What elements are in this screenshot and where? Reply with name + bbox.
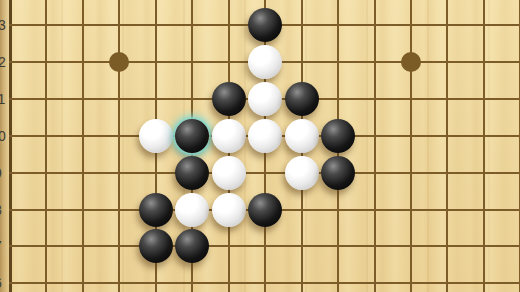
white-stone: ○ — [285, 119, 319, 153]
row-label: 13 — [0, 17, 6, 33]
grid-line-vertical — [483, 0, 485, 292]
black-stone-glyph: ● — [248, 193, 282, 227]
black-stone-glyph: ● — [248, 8, 282, 42]
grid-line-vertical — [374, 0, 376, 292]
white-stone-glyph: ○ — [175, 193, 209, 227]
grid-line-horizontal — [9, 282, 520, 284]
black-stone: ● — [175, 229, 209, 263]
white-stone: ○ — [175, 193, 209, 227]
black-stone-glyph: ● — [139, 229, 173, 263]
row-label: 8 — [0, 202, 6, 218]
black-stone-glyph: ● — [321, 156, 355, 190]
white-stone: ○ — [285, 156, 319, 190]
grid-line-vertical — [45, 0, 47, 292]
white-stone: ○ — [212, 193, 246, 227]
white-stone-glyph: ○ — [248, 82, 282, 116]
white-stone: ○ — [212, 119, 246, 153]
black-stone: ● — [248, 8, 282, 42]
white-stone-glyph: ○ — [248, 119, 282, 153]
grid-line-vertical — [446, 0, 448, 292]
black-stone: ● — [175, 156, 209, 190]
grid-line-vertical — [9, 0, 12, 292]
white-stone-glyph: ○ — [212, 119, 246, 153]
row-label: 11 — [0, 91, 6, 107]
grid-line-horizontal — [9, 245, 520, 247]
black-stone: ● — [285, 82, 319, 116]
white-stone-glyph: ○ — [248, 45, 282, 79]
white-stone-glyph: ○ — [139, 119, 173, 153]
white-stone: ○ — [248, 119, 282, 153]
grid-line-vertical — [410, 0, 412, 292]
black-stone-glyph: ● — [285, 82, 319, 116]
white-stone-glyph: ○ — [212, 156, 246, 190]
black-stone: ● — [321, 119, 355, 153]
black-stone-glyph: ● — [175, 119, 209, 153]
white-stone: ○ — [248, 45, 282, 79]
grid-line-vertical — [118, 0, 120, 292]
black-stone: ● — [139, 193, 173, 227]
white-stone: ○ — [139, 119, 173, 153]
row-label: 9 — [0, 165, 6, 181]
gomoku-board[interactable]: 131211109876 ●○●○●○●○○○●●○○●●○○●●● — [0, 0, 520, 292]
row-label: 12 — [0, 54, 6, 70]
white-stone-glyph: ○ — [285, 156, 319, 190]
white-stone-glyph: ○ — [212, 193, 246, 227]
black-stone: ● — [248, 193, 282, 227]
star-point — [401, 52, 421, 72]
black-stone-last-move: ● — [175, 119, 209, 153]
white-stone: ○ — [212, 156, 246, 190]
black-stone-glyph: ● — [175, 229, 209, 263]
row-label: 10 — [0, 128, 6, 144]
black-stone-glyph: ● — [175, 156, 209, 190]
grid-line-horizontal — [9, 172, 520, 174]
row-label: 7 — [0, 238, 6, 254]
grid-line-vertical — [82, 0, 84, 292]
black-stone: ● — [139, 229, 173, 263]
row-label: 6 — [0, 275, 6, 291]
black-stone-glyph: ● — [212, 82, 246, 116]
black-stone-glyph: ● — [321, 119, 355, 153]
black-stone: ● — [321, 156, 355, 190]
white-stone-glyph: ○ — [285, 119, 319, 153]
white-stone: ○ — [248, 82, 282, 116]
star-point — [109, 52, 129, 72]
black-stone-glyph: ● — [139, 193, 173, 227]
black-stone: ● — [212, 82, 246, 116]
